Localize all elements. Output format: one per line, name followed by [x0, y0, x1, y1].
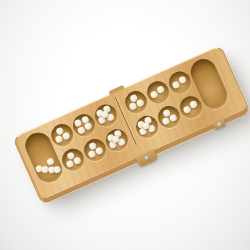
clasp-block	[212, 118, 226, 130]
stone	[73, 156, 82, 165]
stone	[62, 131, 71, 140]
stone	[136, 98, 145, 107]
hinge-block	[135, 149, 158, 167]
stone	[46, 157, 55, 166]
far-hinge-block	[108, 85, 125, 96]
stone	[95, 146, 104, 155]
stone	[169, 113, 178, 122]
mancala-board	[12, 45, 250, 206]
hinge-pin-icon	[144, 155, 151, 162]
clasp-pin-icon	[216, 121, 223, 128]
product-photo-scene	[0, 0, 250, 250]
